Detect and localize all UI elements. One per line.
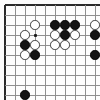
black-stone[interactable]: [30, 50, 39, 59]
black-stone[interactable]: [70, 20, 79, 29]
go-board: [0, 0, 100, 100]
black-stone[interactable]: [90, 30, 99, 39]
white-stone[interactable]: [50, 40, 59, 49]
white-stone[interactable]: [50, 30, 59, 39]
white-stone[interactable]: [90, 20, 99, 29]
white-stone[interactable]: [20, 50, 29, 59]
go-diagram: [0, 0, 100, 100]
black-stone[interactable]: [50, 20, 59, 29]
white-stone[interactable]: [30, 20, 39, 29]
stones-layer: [0, 0, 100, 100]
white-stone[interactable]: [30, 40, 39, 49]
black-stone[interactable]: [60, 20, 69, 29]
white-stone[interactable]: [20, 30, 29, 39]
black-stone[interactable]: [20, 40, 29, 49]
black-stone[interactable]: [60, 30, 69, 39]
white-stone[interactable]: [70, 30, 79, 39]
black-stone[interactable]: [20, 90, 29, 99]
hoshi-star-point: [34, 34, 37, 37]
black-stone[interactable]: [90, 50, 99, 59]
white-stone[interactable]: [60, 40, 69, 49]
